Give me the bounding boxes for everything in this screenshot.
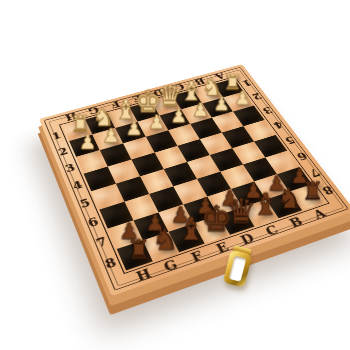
piece-black-pawn: ♟ [290,165,309,186]
board-scene: HGFEDCBA1♜♞♝♚♛♝♞♜12♟♟♟♟♟♟♟♟2334455667♟♟♟… [67,42,307,282]
clasp-ring [223,249,253,287]
square-b6[interactable] [243,158,277,182]
chess-board: HGFEDCBA1♜♞♝♚♛♝♞♜12♟♟♟♟♟♟♟♟2334455667♟♟♟… [39,64,350,296]
chess-set-photo: HGFEDCBA1♜♞♝♚♛♝♞♜12♟♟♟♟♟♟♟♟2334455667♟♟♟… [0,0,350,350]
piece-black-pawn: ♟ [145,212,165,234]
piece-black-pawn: ♟ [119,220,139,242]
